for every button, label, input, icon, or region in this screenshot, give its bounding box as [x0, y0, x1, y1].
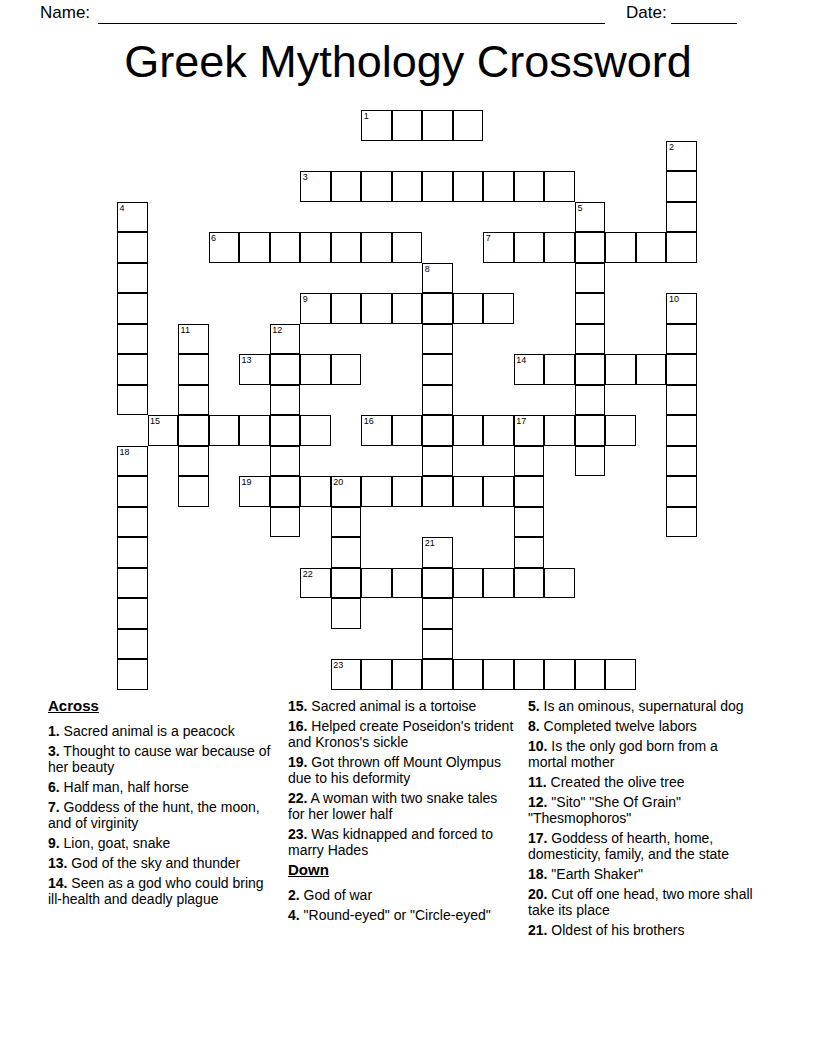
grid-cell-r18c15[interactable] — [575, 659, 606, 690]
grid-cell-r5c0[interactable] — [117, 263, 148, 294]
grid-cell-r15c8[interactable] — [361, 568, 392, 599]
clues-heading-down: Down — [288, 862, 516, 878]
grid-space — [209, 446, 240, 477]
grid-cell-r18c11[interactable] — [453, 659, 484, 690]
grid-cell-r10c1[interactable]: 15 — [148, 415, 179, 446]
grid-space — [453, 202, 484, 233]
clue-number-22: 22 — [303, 569, 313, 579]
grid-cell-r8c7[interactable] — [331, 354, 362, 385]
grid-cell-r4c15[interactable] — [575, 232, 606, 263]
grid-space — [361, 354, 392, 385]
grid-space — [636, 415, 667, 446]
grid-space — [392, 354, 423, 385]
grid-cell-r2c9[interactable] — [392, 171, 423, 202]
grid-cell-r15c12[interactable] — [483, 568, 514, 599]
grid-cell-r12c8[interactable] — [361, 476, 392, 507]
grid-cell-r12c7[interactable]: 20 — [331, 476, 362, 507]
grid-cell-r6c9[interactable] — [392, 293, 423, 324]
grid-space — [178, 232, 209, 263]
grid-cell-r2c6[interactable]: 3 — [300, 171, 331, 202]
grid-cell-r6c18[interactable]: 10 — [666, 293, 697, 324]
clue-number-6: 6 — [211, 233, 216, 243]
grid-cell-r18c0[interactable] — [117, 659, 148, 690]
grid-space — [239, 263, 270, 294]
grid-space — [361, 202, 392, 233]
grid-cell-r14c13[interactable] — [514, 537, 545, 568]
grid-space — [453, 507, 484, 538]
grid-cell-r15c14[interactable] — [544, 568, 575, 599]
grid-space — [270, 110, 301, 141]
worksheet-page: { "page": { "name_label": "Name:", "date… — [0, 0, 816, 1056]
clue-column-1: Across1. Sacred animal is a peacock3. Th… — [48, 698, 276, 911]
grid-space — [148, 232, 179, 263]
grid-space — [178, 110, 209, 141]
grid-space — [483, 263, 514, 294]
grid-cell-r17c10[interactable] — [422, 629, 453, 660]
grid-space — [178, 537, 209, 568]
grid-space — [209, 385, 240, 416]
grid-space — [209, 537, 240, 568]
clue-number-17: 17 — [516, 416, 526, 426]
grid-space — [148, 110, 179, 141]
grid-space — [544, 476, 575, 507]
grid-cell-r7c0[interactable] — [117, 324, 148, 355]
grid-cell-r4c0[interactable] — [117, 232, 148, 263]
grid-cell-r15c13[interactable] — [514, 568, 545, 599]
grid-space — [483, 507, 514, 538]
grid-cell-r14c0[interactable] — [117, 537, 148, 568]
grid-space — [605, 293, 636, 324]
grid-space — [270, 659, 301, 690]
grid-space — [544, 141, 575, 172]
grid-space — [544, 446, 575, 477]
grid-space — [361, 507, 392, 538]
grid-space — [453, 232, 484, 263]
grid-cell-r18c13[interactable] — [514, 659, 545, 690]
clue-number-3: 3 — [303, 172, 308, 182]
grid-cell-r18c12[interactable] — [483, 659, 514, 690]
grid-space — [148, 141, 179, 172]
grid-space — [209, 202, 240, 233]
clue-number-11: 11 — [181, 325, 190, 335]
clue-down-21: 21. Oldest of his brothers — [528, 922, 756, 938]
grid-cell-r8c13[interactable]: 14 — [514, 354, 545, 385]
grid-cell-r8c16[interactable] — [605, 354, 636, 385]
grid-cell-r8c14[interactable] — [544, 354, 575, 385]
grid-space — [392, 598, 423, 629]
grid-cell-r0c8[interactable]: 1 — [361, 110, 392, 141]
grid-space — [331, 446, 362, 477]
grid-space — [392, 202, 423, 233]
grid-cell-r7c18[interactable] — [666, 324, 697, 355]
grid-space — [636, 659, 667, 690]
grid-space — [239, 446, 270, 477]
grid-space — [239, 324, 270, 355]
grid-cell-r11c15[interactable] — [575, 446, 606, 477]
grid-space — [209, 324, 240, 355]
grid-space — [331, 110, 362, 141]
grid-cell-r17c0[interactable] — [117, 629, 148, 660]
grid-space — [239, 141, 270, 172]
grid-space — [331, 263, 362, 294]
grid-cell-r4c14[interactable] — [544, 232, 575, 263]
grid-cell-r10c12[interactable] — [483, 415, 514, 446]
grid-space — [636, 385, 667, 416]
grid-space — [239, 293, 270, 324]
grid-cell-r3c18[interactable] — [666, 202, 697, 233]
clue-across-16: 16. Helped create Poseidon's trident and… — [288, 718, 516, 750]
grid-cell-r10c14[interactable] — [544, 415, 575, 446]
grid-cell-r2c8[interactable] — [361, 171, 392, 202]
grid-cell-r0c11[interactable] — [453, 110, 484, 141]
clue-number-20: 20 — [333, 477, 343, 487]
grid-space — [209, 293, 240, 324]
grid-cell-r4c17[interactable] — [636, 232, 667, 263]
grid-cell-r12c18[interactable] — [666, 476, 697, 507]
grid-space — [270, 537, 301, 568]
grid-space — [666, 568, 697, 599]
grid-cell-r8c2[interactable] — [178, 354, 209, 385]
grid-cell-r16c10[interactable] — [422, 598, 453, 629]
grid-space — [270, 598, 301, 629]
clue-across-3: 3. Thought to cause war because of her b… — [48, 743, 276, 775]
grid-cell-r8c10[interactable] — [422, 354, 453, 385]
grid-space — [514, 293, 545, 324]
grid-space — [361, 598, 392, 629]
grid-space — [361, 537, 392, 568]
grid-cell-r15c0[interactable] — [117, 568, 148, 599]
grid-space — [483, 354, 514, 385]
grid-space — [575, 629, 606, 660]
grid-cell-r2c18[interactable] — [666, 171, 697, 202]
grid-cell-r0c10[interactable] — [422, 110, 453, 141]
grid-cell-r12c13[interactable] — [514, 476, 545, 507]
grid-cell-r8c4[interactable]: 13 — [239, 354, 270, 385]
grid-space — [636, 537, 667, 568]
clue-column-3: 5. Is an ominous, supernatural dog8. Com… — [528, 698, 756, 942]
grid-cell-r11c18[interactable] — [666, 446, 697, 477]
grid-cell-r10c5[interactable] — [270, 415, 301, 446]
grid-space — [178, 293, 209, 324]
grid-space — [392, 537, 423, 568]
grid-space — [270, 171, 301, 202]
grid-cell-r2c14[interactable] — [544, 171, 575, 202]
grid-cell-r6c7[interactable] — [331, 293, 362, 324]
grid-cell-r11c13[interactable] — [514, 446, 545, 477]
grid-space — [331, 324, 362, 355]
grid-cell-r12c5[interactable] — [270, 476, 301, 507]
clue-down-18: 18. "Earth Shaker" — [528, 866, 756, 882]
grid-cell-r5c15[interactable] — [575, 263, 606, 294]
grid-cell-r13c7[interactable] — [331, 507, 362, 538]
grid-space — [605, 537, 636, 568]
grid-space — [483, 202, 514, 233]
grid-cell-r6c12[interactable] — [483, 293, 514, 324]
clue-number-19: 19 — [242, 477, 252, 487]
grid-space — [239, 629, 270, 660]
grid-space — [392, 446, 423, 477]
grid-space — [453, 537, 484, 568]
grid-cell-r11c10[interactable] — [422, 446, 453, 477]
grid-cell-r18c9[interactable] — [392, 659, 423, 690]
clue-down-20: 20. Cut off one head, two more shall tak… — [528, 886, 756, 918]
grid-space — [148, 446, 179, 477]
grid-cell-r13c0[interactable] — [117, 507, 148, 538]
clue-across-1: 1. Sacred animal is a peacock — [48, 723, 276, 739]
grid-space — [392, 324, 423, 355]
clue-number-10: 10 — [669, 294, 679, 304]
grid-space — [514, 141, 545, 172]
grid-space — [178, 202, 209, 233]
grid-cell-r13c5[interactable] — [270, 507, 301, 538]
grid-space — [483, 598, 514, 629]
grid-space — [544, 202, 575, 233]
grid-cell-r2c13[interactable] — [514, 171, 545, 202]
grid-cell-r15c6[interactable]: 22 — [300, 568, 331, 599]
clue-number-12: 12 — [272, 325, 282, 335]
grid-space — [148, 293, 179, 324]
grid-space — [209, 263, 240, 294]
grid-cell-r12c4[interactable]: 19 — [239, 476, 270, 507]
grid-space — [544, 263, 575, 294]
grid-cell-r4c9[interactable] — [392, 232, 423, 263]
grid-cell-r4c8[interactable] — [361, 232, 392, 263]
grid-cell-r2c10[interactable] — [422, 171, 453, 202]
grid-cell-r2c11[interactable] — [453, 171, 484, 202]
grid-cell-r8c15[interactable] — [575, 354, 606, 385]
grid-cell-r10c10[interactable] — [422, 415, 453, 446]
grid-cell-r10c8[interactable]: 16 — [361, 415, 392, 446]
grid-cell-r4c7[interactable] — [331, 232, 362, 263]
grid-space — [544, 324, 575, 355]
grid-space — [575, 110, 606, 141]
grid-cell-r10c18[interactable] — [666, 415, 697, 446]
grid-cell-r15c7[interactable] — [331, 568, 362, 599]
grid-cell-r2c7[interactable] — [331, 171, 362, 202]
grid-cell-r18c8[interactable] — [361, 659, 392, 690]
grid-cell-r8c0[interactable] — [117, 354, 148, 385]
grid-space — [605, 141, 636, 172]
grid-cell-r10c4[interactable] — [239, 415, 270, 446]
grid-space — [483, 385, 514, 416]
date-label: Date: — [626, 3, 667, 23]
grid-cell-r6c11[interactable] — [453, 293, 484, 324]
grid-cell-r9c5[interactable] — [270, 385, 301, 416]
grid-space — [300, 202, 331, 233]
grid-cell-r8c5[interactable] — [270, 354, 301, 385]
clue-number-14: 14 — [516, 355, 526, 365]
grid-cell-r6c15[interactable] — [575, 293, 606, 324]
grid-cell-r6c0[interactable] — [117, 293, 148, 324]
grid-cell-r6c10[interactable] — [422, 293, 453, 324]
grid-cell-r4c5[interactable] — [270, 232, 301, 263]
grid-cell-r8c18[interactable] — [666, 354, 697, 385]
grid-cell-r9c18[interactable] — [666, 385, 697, 416]
clue-number-5: 5 — [577, 203, 582, 213]
grid-cell-r9c0[interactable] — [117, 385, 148, 416]
grid-cell-r12c12[interactable] — [483, 476, 514, 507]
grid-cell-r8c17[interactable] — [636, 354, 667, 385]
grid-space — [209, 659, 240, 690]
grid-cell-r11c2[interactable] — [178, 446, 209, 477]
grid-cell-r10c2[interactable] — [178, 415, 209, 446]
grid-space — [636, 293, 667, 324]
grid-cell-r4c3[interactable]: 6 — [209, 232, 240, 263]
grid-space — [331, 141, 362, 172]
grid-space — [575, 476, 606, 507]
grid-cell-r7c15[interactable] — [575, 324, 606, 355]
grid-cell-r13c18[interactable] — [666, 507, 697, 538]
grid-space — [392, 507, 423, 538]
grid-space — [300, 598, 331, 629]
grid-space — [392, 385, 423, 416]
grid-cell-r18c10[interactable] — [422, 659, 453, 690]
page-title: Greek Mythology Crossword — [0, 36, 816, 88]
grid-space — [514, 385, 545, 416]
grid-cell-r10c6[interactable] — [300, 415, 331, 446]
grid-cell-r7c2[interactable]: 11 — [178, 324, 209, 355]
grid-space — [636, 141, 667, 172]
grid-cell-r3c0[interactable]: 4 — [117, 202, 148, 233]
name-label: Name: — [40, 3, 90, 23]
grid-space — [605, 476, 636, 507]
grid-cell-r12c11[interactable] — [453, 476, 484, 507]
grid-cell-r4c18[interactable] — [666, 232, 697, 263]
grid-cell-r10c11[interactable] — [453, 415, 484, 446]
grid-space — [544, 293, 575, 324]
grid-space — [148, 202, 179, 233]
grid-space — [300, 263, 331, 294]
grid-space — [575, 171, 606, 202]
grid-cell-r12c0[interactable] — [117, 476, 148, 507]
grid-cell-r7c10[interactable] — [422, 324, 453, 355]
clues-heading-across: Across — [48, 698, 276, 714]
grid-cell-r15c10[interactable] — [422, 568, 453, 599]
grid-cell-r9c10[interactable] — [422, 385, 453, 416]
grid-cell-r7c5[interactable]: 12 — [270, 324, 301, 355]
clue-across-22: 22. A woman with two snake tales for her… — [288, 790, 516, 822]
grid-space — [544, 507, 575, 538]
clue-across-6: 6. Half man, half horse — [48, 779, 276, 795]
grid-cell-r0c9[interactable] — [392, 110, 423, 141]
grid-space — [361, 141, 392, 172]
grid-space — [331, 629, 362, 660]
grid-cell-r12c9[interactable] — [392, 476, 423, 507]
grid-space — [605, 324, 636, 355]
grid-cell-r12c2[interactable] — [178, 476, 209, 507]
grid-space — [666, 263, 697, 294]
grid-space — [300, 141, 331, 172]
grid-cell-r1c18[interactable]: 2 — [666, 141, 697, 172]
grid-cell-r9c15[interactable] — [575, 385, 606, 416]
clue-down-8: 8. Completed twelve labors — [528, 718, 756, 734]
grid-space — [148, 324, 179, 355]
crossword-grid: 1234567891011121314151617181920212223 — [117, 110, 697, 690]
grid-space — [636, 568, 667, 599]
clue-number-15: 15 — [150, 416, 160, 426]
grid-space — [239, 659, 270, 690]
grid-space — [605, 629, 636, 660]
grid-cell-r16c0[interactable] — [117, 598, 148, 629]
grid-space — [239, 171, 270, 202]
clue-down-5: 5. Is an ominous, supernatural dog — [528, 698, 756, 714]
grid-cell-r18c16[interactable] — [605, 659, 636, 690]
grid-space — [575, 568, 606, 599]
grid-space — [666, 110, 697, 141]
grid-space — [483, 629, 514, 660]
grid-cell-r10c9[interactable] — [392, 415, 423, 446]
grid-space — [605, 598, 636, 629]
grid-cell-r6c6[interactable]: 9 — [300, 293, 331, 324]
grid-space — [453, 385, 484, 416]
grid-cell-r10c16[interactable] — [605, 415, 636, 446]
grid-cell-r13c13[interactable] — [514, 507, 545, 538]
clue-number-23: 23 — [333, 660, 343, 670]
grid-space — [178, 659, 209, 690]
clue-number-13: 13 — [242, 355, 252, 365]
grid-space — [331, 415, 362, 446]
grid-space — [209, 110, 240, 141]
grid-space — [636, 324, 667, 355]
grid-cell-r3c15[interactable]: 5 — [575, 202, 606, 233]
grid-space — [575, 507, 606, 538]
grid-cell-r4c12[interactable]: 7 — [483, 232, 514, 263]
grid-space — [514, 110, 545, 141]
grid-cell-r15c11[interactable] — [453, 568, 484, 599]
grid-cell-r10c15[interactable] — [575, 415, 606, 446]
grid-cell-r14c7[interactable] — [331, 537, 362, 568]
grid-space — [300, 385, 331, 416]
grid-cell-r2c12[interactable] — [483, 171, 514, 202]
grid-cell-r15c9[interactable] — [392, 568, 423, 599]
grid-cell-r12c6[interactable] — [300, 476, 331, 507]
grid-cell-r8c6[interactable] — [300, 354, 331, 385]
clue-number-8: 8 — [425, 264, 430, 274]
grid-cell-r18c14[interactable] — [544, 659, 575, 690]
grid-cell-r14c10[interactable]: 21 — [422, 537, 453, 568]
grid-cell-r18c7[interactable]: 23 — [331, 659, 362, 690]
grid-space — [209, 598, 240, 629]
clue-number-7: 7 — [486, 233, 491, 243]
clue-down-12: 12. "Sito" "She Of Grain" "Thesmophoros" — [528, 794, 756, 826]
grid-space — [605, 385, 636, 416]
grid-cell-r4c16[interactable] — [605, 232, 636, 263]
clue-down-10: 10. Is the only god born from a mortal m… — [528, 738, 756, 770]
grid-cell-r6c8[interactable] — [361, 293, 392, 324]
grid-space — [148, 568, 179, 599]
grid-cell-r4c13[interactable] — [514, 232, 545, 263]
grid-space — [117, 110, 148, 141]
grid-space — [605, 446, 636, 477]
grid-cell-r4c6[interactable] — [300, 232, 331, 263]
grid-space — [544, 110, 575, 141]
grid-cell-r10c3[interactable] — [209, 415, 240, 446]
grid-cell-r16c7[interactable] — [331, 598, 362, 629]
grid-cell-r4c4[interactable] — [239, 232, 270, 263]
grid-space — [361, 446, 392, 477]
clue-column-2: 15. Sacred animal is a tortoise16. Helpe… — [288, 698, 516, 927]
grid-cell-r10c13[interactable]: 17 — [514, 415, 545, 446]
grid-cell-r5c10[interactable]: 8 — [422, 263, 453, 294]
grid-space — [239, 537, 270, 568]
grid-cell-r11c5[interactable] — [270, 446, 301, 477]
clue-across-7: 7. Goddess of the hunt, the moon, and of… — [48, 799, 276, 831]
grid-cell-r12c10[interactable] — [422, 476, 453, 507]
grid-space — [422, 232, 453, 263]
grid-cell-r11c0[interactable]: 18 — [117, 446, 148, 477]
grid-cell-r9c2[interactable] — [178, 385, 209, 416]
grid-space — [483, 110, 514, 141]
